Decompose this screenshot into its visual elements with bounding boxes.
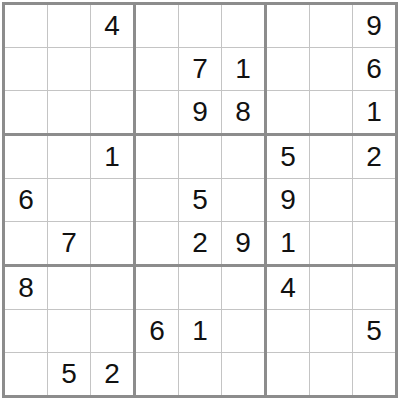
cell-r3c1[interactable] bbox=[5, 91, 47, 133]
cell-r5c8[interactable] bbox=[310, 179, 352, 221]
cell-r1c2[interactable] bbox=[48, 5, 90, 47]
cell-r2c4[interactable] bbox=[136, 48, 178, 90]
box-r2c3: 5291 bbox=[267, 136, 395, 264]
cell-r2c7[interactable] bbox=[267, 48, 309, 90]
sudoku-page: 4719896116752952918526145 bbox=[0, 0, 400, 400]
cell-r3c9[interactable]: 1 bbox=[353, 91, 395, 133]
cell-r5c3[interactable] bbox=[91, 179, 133, 221]
cell-r6c8[interactable] bbox=[310, 222, 352, 264]
box-r3c1: 852 bbox=[5, 267, 133, 395]
cell-r1c4[interactable] bbox=[136, 5, 178, 47]
cell-r7c2[interactable] bbox=[48, 267, 90, 309]
box-r2c1: 167 bbox=[5, 136, 133, 264]
cell-r1c9[interactable]: 9 bbox=[353, 5, 395, 47]
cell-r9c4[interactable] bbox=[136, 353, 178, 395]
cell-r7c1[interactable]: 8 bbox=[5, 267, 47, 309]
cell-r4c5[interactable] bbox=[179, 136, 221, 178]
cell-r5c4[interactable] bbox=[136, 179, 178, 221]
cell-r2c3[interactable] bbox=[91, 48, 133, 90]
cell-r6c5[interactable]: 2 bbox=[179, 222, 221, 264]
box-r1c3: 961 bbox=[267, 5, 395, 133]
cell-r8c5[interactable]: 1 bbox=[179, 310, 221, 352]
box-r3c3: 45 bbox=[267, 267, 395, 395]
cell-r1c3[interactable]: 4 bbox=[91, 5, 133, 47]
cell-r9c6[interactable] bbox=[222, 353, 264, 395]
cell-r3c2[interactable] bbox=[48, 91, 90, 133]
cell-r5c6[interactable] bbox=[222, 179, 264, 221]
cell-r2c6[interactable]: 1 bbox=[222, 48, 264, 90]
cell-r7c5[interactable] bbox=[179, 267, 221, 309]
cell-r9c5[interactable] bbox=[179, 353, 221, 395]
cell-r7c3[interactable] bbox=[91, 267, 133, 309]
cell-r5c1[interactable]: 6 bbox=[5, 179, 47, 221]
cell-r9c7[interactable] bbox=[267, 353, 309, 395]
cell-r3c5[interactable]: 9 bbox=[179, 91, 221, 133]
cell-r5c5[interactable]: 5 bbox=[179, 179, 221, 221]
cell-r9c3[interactable]: 2 bbox=[91, 353, 133, 395]
cell-r6c1[interactable] bbox=[5, 222, 47, 264]
cell-r3c8[interactable] bbox=[310, 91, 352, 133]
cell-r3c4[interactable] bbox=[136, 91, 178, 133]
cell-r6c3[interactable] bbox=[91, 222, 133, 264]
cell-r8c2[interactable] bbox=[48, 310, 90, 352]
cell-r5c7[interactable]: 9 bbox=[267, 179, 309, 221]
cell-r5c9[interactable] bbox=[353, 179, 395, 221]
cell-r7c6[interactable] bbox=[222, 267, 264, 309]
cell-r8c3[interactable] bbox=[91, 310, 133, 352]
cell-r4c7[interactable]: 5 bbox=[267, 136, 309, 178]
cell-r7c9[interactable] bbox=[353, 267, 395, 309]
cell-r2c1[interactable] bbox=[5, 48, 47, 90]
cell-r4c2[interactable] bbox=[48, 136, 90, 178]
cell-r8c6[interactable] bbox=[222, 310, 264, 352]
cell-r6c6[interactable]: 9 bbox=[222, 222, 264, 264]
cell-r1c1[interactable] bbox=[5, 5, 47, 47]
cell-r6c2[interactable]: 7 bbox=[48, 222, 90, 264]
cell-r2c5[interactable]: 7 bbox=[179, 48, 221, 90]
cell-r2c9[interactable]: 6 bbox=[353, 48, 395, 90]
cell-r9c8[interactable] bbox=[310, 353, 352, 395]
cell-r3c3[interactable] bbox=[91, 91, 133, 133]
cell-r6c7[interactable]: 1 bbox=[267, 222, 309, 264]
box-r1c2: 7198 bbox=[136, 5, 264, 133]
cell-r7c7[interactable]: 4 bbox=[267, 267, 309, 309]
box-r1c1: 4 bbox=[5, 5, 133, 133]
sudoku-board: 4719896116752952918526145 bbox=[2, 2, 398, 398]
cell-r4c3[interactable]: 1 bbox=[91, 136, 133, 178]
cell-r9c9[interactable] bbox=[353, 353, 395, 395]
cell-r6c9[interactable] bbox=[353, 222, 395, 264]
cell-r2c8[interactable] bbox=[310, 48, 352, 90]
cell-r8c7[interactable] bbox=[267, 310, 309, 352]
cell-r1c5[interactable] bbox=[179, 5, 221, 47]
cell-r3c6[interactable]: 8 bbox=[222, 91, 264, 133]
cell-r4c6[interactable] bbox=[222, 136, 264, 178]
cell-r8c4[interactable]: 6 bbox=[136, 310, 178, 352]
cell-r8c8[interactable] bbox=[310, 310, 352, 352]
box-r2c2: 529 bbox=[136, 136, 264, 264]
cell-r4c8[interactable] bbox=[310, 136, 352, 178]
cell-r4c9[interactable]: 2 bbox=[353, 136, 395, 178]
cell-r1c6[interactable] bbox=[222, 5, 264, 47]
cell-r6c4[interactable] bbox=[136, 222, 178, 264]
cell-r5c2[interactable] bbox=[48, 179, 90, 221]
cell-r2c2[interactable] bbox=[48, 48, 90, 90]
cell-r1c8[interactable] bbox=[310, 5, 352, 47]
cell-r4c4[interactable] bbox=[136, 136, 178, 178]
cell-r9c2[interactable]: 5 bbox=[48, 353, 90, 395]
cell-r3c7[interactable] bbox=[267, 91, 309, 133]
cell-r9c1[interactable] bbox=[5, 353, 47, 395]
cell-r7c4[interactable] bbox=[136, 267, 178, 309]
cell-r1c7[interactable] bbox=[267, 5, 309, 47]
cell-r8c9[interactable]: 5 bbox=[353, 310, 395, 352]
cell-r4c1[interactable] bbox=[5, 136, 47, 178]
cell-r8c1[interactable] bbox=[5, 310, 47, 352]
box-r3c2: 61 bbox=[136, 267, 264, 395]
cell-r7c8[interactable] bbox=[310, 267, 352, 309]
